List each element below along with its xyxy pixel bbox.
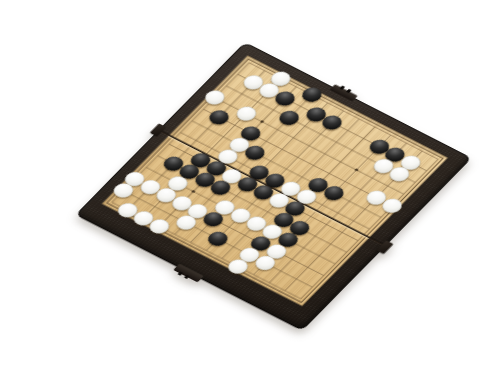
latch-tab-icon — [184, 275, 190, 279]
go-set-photo — [0, 0, 500, 372]
go-stone-black — [204, 229, 231, 249]
latch-tab-icon — [177, 272, 183, 276]
latch-tab-icon — [339, 86, 345, 90]
go-stone-black — [276, 108, 303, 128]
go-stone-white — [233, 104, 260, 124]
latch-tab-icon — [346, 89, 352, 93]
folding-go-board — [75, 42, 472, 331]
stones-layer — [102, 55, 448, 306]
go-stone-black — [206, 107, 233, 127]
